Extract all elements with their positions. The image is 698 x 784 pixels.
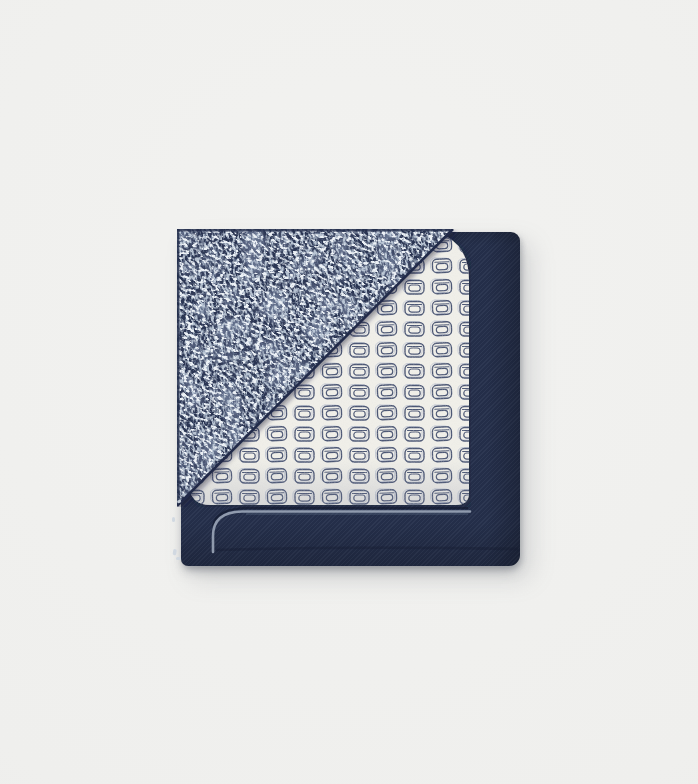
front-panel-graphic — [177, 229, 471, 507]
pocket-square-front-panel — [177, 229, 471, 507]
product-photo-stage — [0, 0, 698, 784]
